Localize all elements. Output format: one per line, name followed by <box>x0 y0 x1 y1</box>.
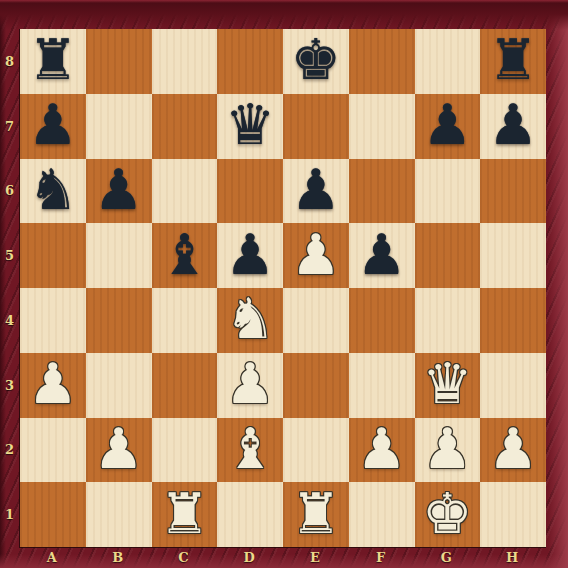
file-label-f: F <box>348 547 414 568</box>
square-b8[interactable] <box>86 29 152 94</box>
piece-white-pawn[interactable]: ♟ <box>94 421 144 477</box>
rank-label-7: 7 <box>0 94 19 159</box>
square-h6[interactable] <box>480 159 546 224</box>
piece-black-rook[interactable]: ♜ <box>28 32 78 88</box>
file-label-c: C <box>151 547 217 568</box>
square-e4[interactable] <box>283 288 349 353</box>
file-label-h: H <box>479 547 545 568</box>
square-f3[interactable] <box>349 353 415 418</box>
square-c1[interactable]: ♜ <box>152 482 218 547</box>
square-a5[interactable] <box>20 223 86 288</box>
square-d8[interactable] <box>217 29 283 94</box>
square-c6[interactable] <box>152 159 218 224</box>
square-c8[interactable] <box>152 29 218 94</box>
piece-black-rook[interactable]: ♜ <box>488 32 538 88</box>
piece-black-bishop[interactable]: ♝ <box>159 227 209 283</box>
file-labels: ABCDEFGH <box>19 547 545 568</box>
square-a6[interactable]: ♞ <box>20 159 86 224</box>
square-g2[interactable]: ♟ <box>415 418 481 483</box>
square-h5[interactable] <box>480 223 546 288</box>
square-f2[interactable]: ♟ <box>349 418 415 483</box>
square-c4[interactable] <box>152 288 218 353</box>
square-c3[interactable] <box>152 353 218 418</box>
piece-black-knight[interactable]: ♞ <box>28 162 78 218</box>
piece-black-king[interactable]: ♚ <box>291 32 341 88</box>
square-e8[interactable]: ♚ <box>283 29 349 94</box>
piece-white-rook[interactable]: ♜ <box>159 486 209 542</box>
rank-label-4: 4 <box>0 288 19 353</box>
square-h4[interactable] <box>480 288 546 353</box>
square-a3[interactable]: ♟ <box>20 353 86 418</box>
square-c2[interactable] <box>152 418 218 483</box>
square-g5[interactable] <box>415 223 481 288</box>
piece-white-pawn[interactable]: ♟ <box>28 356 78 412</box>
square-g7[interactable]: ♟ <box>415 94 481 159</box>
rank-label-8: 8 <box>0 29 19 94</box>
square-c7[interactable] <box>152 94 218 159</box>
square-c5[interactable]: ♝ <box>152 223 218 288</box>
chess-board: ♜♚♜♟♛♟♟♞♟♟♝♟♟♟♞♟♟♛♟♝♟♟♟♜♜♚ <box>19 29 546 548</box>
square-h2[interactable]: ♟ <box>480 418 546 483</box>
piece-white-rook[interactable]: ♜ <box>291 486 341 542</box>
square-d5[interactable]: ♟ <box>217 223 283 288</box>
piece-black-pawn[interactable]: ♟ <box>225 227 275 283</box>
square-a2[interactable] <box>20 418 86 483</box>
square-g1[interactable]: ♚ <box>415 482 481 547</box>
piece-white-pawn[interactable]: ♟ <box>225 356 275 412</box>
square-b4[interactable] <box>86 288 152 353</box>
piece-black-pawn[interactable]: ♟ <box>291 162 341 218</box>
piece-black-pawn[interactable]: ♟ <box>28 97 78 153</box>
square-e3[interactable] <box>283 353 349 418</box>
square-e7[interactable] <box>283 94 349 159</box>
file-label-e: E <box>282 547 348 568</box>
square-d7[interactable]: ♛ <box>217 94 283 159</box>
square-g3[interactable]: ♛ <box>415 353 481 418</box>
square-e6[interactable]: ♟ <box>283 159 349 224</box>
piece-white-bishop[interactable]: ♝ <box>225 421 275 477</box>
file-label-b: B <box>85 547 151 568</box>
rank-label-2: 2 <box>0 418 19 483</box>
square-f4[interactable] <box>349 288 415 353</box>
piece-white-pawn[interactable]: ♟ <box>422 421 472 477</box>
square-f7[interactable] <box>349 94 415 159</box>
piece-black-queen[interactable]: ♛ <box>225 97 275 153</box>
square-d1[interactable] <box>217 482 283 547</box>
square-g4[interactable] <box>415 288 481 353</box>
square-b3[interactable] <box>86 353 152 418</box>
piece-black-pawn[interactable]: ♟ <box>357 227 407 283</box>
square-h1[interactable] <box>480 482 546 547</box>
piece-black-pawn[interactable]: ♟ <box>422 97 472 153</box>
square-f6[interactable] <box>349 159 415 224</box>
square-f8[interactable] <box>349 29 415 94</box>
square-f5[interactable]: ♟ <box>349 223 415 288</box>
piece-black-pawn[interactable]: ♟ <box>488 97 538 153</box>
file-label-d: D <box>216 547 282 568</box>
square-h8[interactable]: ♜ <box>480 29 546 94</box>
piece-white-pawn[interactable]: ♟ <box>291 227 341 283</box>
square-b6[interactable]: ♟ <box>86 159 152 224</box>
rank-labels: 87654321 <box>0 29 19 547</box>
square-h7[interactable]: ♟ <box>480 94 546 159</box>
piece-white-pawn[interactable]: ♟ <box>488 421 538 477</box>
piece-white-pawn[interactable]: ♟ <box>357 421 407 477</box>
rank-label-5: 5 <box>0 223 19 288</box>
piece-white-queen[interactable]: ♛ <box>422 356 472 412</box>
square-a7[interactable]: ♟ <box>20 94 86 159</box>
square-f1[interactable] <box>349 482 415 547</box>
rank-label-1: 1 <box>0 482 19 547</box>
piece-white-knight[interactable]: ♞ <box>225 291 275 347</box>
piece-black-pawn[interactable]: ♟ <box>94 162 144 218</box>
square-g8[interactable] <box>415 29 481 94</box>
square-e2[interactable] <box>283 418 349 483</box>
square-b5[interactable] <box>86 223 152 288</box>
piece-white-king[interactable]: ♚ <box>422 486 472 542</box>
square-d2[interactable]: ♝ <box>217 418 283 483</box>
square-d6[interactable] <box>217 159 283 224</box>
square-h3[interactable] <box>480 353 546 418</box>
square-e1[interactable]: ♜ <box>283 482 349 547</box>
square-a1[interactable] <box>20 482 86 547</box>
square-g6[interactable] <box>415 159 481 224</box>
square-d3[interactable]: ♟ <box>217 353 283 418</box>
square-b1[interactable] <box>86 482 152 547</box>
square-d4[interactable]: ♞ <box>217 288 283 353</box>
square-b7[interactable] <box>86 94 152 159</box>
rank-label-3: 3 <box>0 353 19 418</box>
square-a4[interactable] <box>20 288 86 353</box>
square-a8[interactable]: ♜ <box>20 29 86 94</box>
chess-board-frame: 87654321 ♜♚♜♟♛♟♟♞♟♟♝♟♟♟♞♟♟♛♟♝♟♟♟♜♜♚ ABCD… <box>0 0 568 568</box>
square-e5[interactable]: ♟ <box>283 223 349 288</box>
square-b2[interactable]: ♟ <box>86 418 152 483</box>
file-label-g: G <box>414 547 480 568</box>
file-label-a: A <box>19 547 85 568</box>
rank-label-6: 6 <box>0 159 19 224</box>
